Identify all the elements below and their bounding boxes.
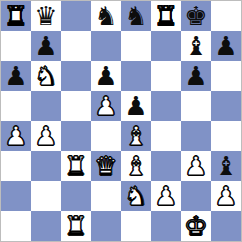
piece-white-bishop[interactable]: ♝ xyxy=(124,121,147,151)
square-e2[interactable]: ♞ xyxy=(121,181,151,211)
square-h6[interactable] xyxy=(211,61,241,91)
piece-black-pawn[interactable]: ♟ xyxy=(184,61,207,91)
square-g1[interactable]: ♚ xyxy=(181,211,211,241)
square-e1[interactable] xyxy=(121,211,151,241)
square-c7[interactable] xyxy=(61,31,91,61)
square-e5[interactable]: ♟ xyxy=(121,91,151,121)
square-f6[interactable] xyxy=(151,61,181,91)
piece-black-pawn[interactable]: ♟ xyxy=(4,61,27,91)
square-a2[interactable] xyxy=(1,181,31,211)
piece-white-knight[interactable]: ♞ xyxy=(34,61,57,91)
square-c6[interactable] xyxy=(61,61,91,91)
square-h4[interactable] xyxy=(211,121,241,151)
square-h8[interactable] xyxy=(211,1,241,31)
square-a1[interactable] xyxy=(1,211,31,241)
square-b8[interactable]: ♛ xyxy=(31,1,61,31)
square-a6[interactable]: ♟ xyxy=(1,61,31,91)
piece-black-pawn[interactable]: ♟ xyxy=(94,61,117,91)
square-e6[interactable] xyxy=(121,61,151,91)
square-b6[interactable]: ♞ xyxy=(31,61,61,91)
piece-white-bishop[interactable]: ♝ xyxy=(124,151,147,181)
square-c3[interactable]: ♜ xyxy=(61,151,91,181)
square-d4[interactable] xyxy=(91,121,121,151)
square-f4[interactable] xyxy=(151,121,181,151)
piece-black-pawn[interactable]: ♟ xyxy=(214,31,237,61)
square-f5[interactable] xyxy=(151,91,181,121)
square-h7[interactable]: ♟ xyxy=(211,31,241,61)
square-a8[interactable]: ♜ xyxy=(1,1,31,31)
square-c1[interactable]: ♜ xyxy=(61,211,91,241)
piece-white-pawn[interactable]: ♟ xyxy=(4,121,27,151)
piece-black-king[interactable]: ♚ xyxy=(184,1,207,31)
piece-black-bishop[interactable]: ♝ xyxy=(184,31,207,61)
square-e4[interactable]: ♝ xyxy=(121,121,151,151)
square-b3[interactable] xyxy=(31,151,61,181)
square-g6[interactable]: ♟ xyxy=(181,61,211,91)
square-f2[interactable]: ♟ xyxy=(151,181,181,211)
square-g8[interactable]: ♚ xyxy=(181,1,211,31)
square-a7[interactable] xyxy=(1,31,31,61)
square-c8[interactable] xyxy=(61,1,91,31)
piece-white-pawn[interactable]: ♟ xyxy=(184,151,207,181)
piece-white-pawn[interactable]: ♟ xyxy=(154,181,177,211)
piece-black-rook[interactable]: ♜ xyxy=(4,1,27,31)
square-b1[interactable] xyxy=(31,211,61,241)
chess-board-frame: ♜♛♞♞♜♚♟♝♟♟♞♟♟♟♟♟♟♝♜♛♝♟♝♞♟♟♜♚ xyxy=(0,0,242,242)
square-c4[interactable] xyxy=(61,121,91,151)
square-a5[interactable] xyxy=(1,91,31,121)
square-f3[interactable] xyxy=(151,151,181,181)
piece-black-pawn[interactable]: ♟ xyxy=(34,31,57,61)
piece-black-rook[interactable]: ♜ xyxy=(154,1,177,31)
square-f7[interactable] xyxy=(151,31,181,61)
square-b4[interactable]: ♟ xyxy=(31,121,61,151)
square-b7[interactable]: ♟ xyxy=(31,31,61,61)
square-b2[interactable] xyxy=(31,181,61,211)
square-e3[interactable]: ♝ xyxy=(121,151,151,181)
square-e7[interactable] xyxy=(121,31,151,61)
piece-white-king[interactable]: ♚ xyxy=(184,211,207,241)
square-h2[interactable]: ♟ xyxy=(211,181,241,211)
square-c5[interactable] xyxy=(61,91,91,121)
piece-white-pawn[interactable]: ♟ xyxy=(34,121,57,151)
piece-black-knight[interactable]: ♞ xyxy=(124,1,147,31)
square-g5[interactable] xyxy=(181,91,211,121)
piece-white-rook[interactable]: ♜ xyxy=(64,211,87,241)
square-a4[interactable]: ♟ xyxy=(1,121,31,151)
square-g7[interactable]: ♝ xyxy=(181,31,211,61)
square-d3[interactable]: ♛ xyxy=(91,151,121,181)
piece-white-pawn[interactable]: ♟ xyxy=(214,181,237,211)
square-h3[interactable]: ♝ xyxy=(211,151,241,181)
square-d2[interactable] xyxy=(91,181,121,211)
square-e8[interactable]: ♞ xyxy=(121,1,151,31)
square-d7[interactable] xyxy=(91,31,121,61)
square-a3[interactable] xyxy=(1,151,31,181)
piece-black-pawn[interactable]: ♟ xyxy=(124,91,147,121)
square-g2[interactable] xyxy=(181,181,211,211)
square-c2[interactable] xyxy=(61,181,91,211)
chess-board: ♜♛♞♞♜♚♟♝♟♟♞♟♟♟♟♟♟♝♜♛♝♟♝♞♟♟♜♚ xyxy=(1,1,241,241)
piece-white-queen[interactable]: ♛ xyxy=(94,151,117,181)
square-h5[interactable] xyxy=(211,91,241,121)
piece-black-bishop[interactable]: ♝ xyxy=(214,151,237,181)
piece-white-pawn[interactable]: ♟ xyxy=(94,91,117,121)
square-d8[interactable]: ♞ xyxy=(91,1,121,31)
square-d5[interactable]: ♟ xyxy=(91,91,121,121)
square-d6[interactable]: ♟ xyxy=(91,61,121,91)
square-f8[interactable]: ♜ xyxy=(151,1,181,31)
piece-white-rook[interactable]: ♜ xyxy=(64,151,87,181)
piece-white-knight[interactable]: ♞ xyxy=(124,181,147,211)
square-h1[interactable] xyxy=(211,211,241,241)
square-g4[interactable] xyxy=(181,121,211,151)
piece-black-queen[interactable]: ♛ xyxy=(34,1,57,31)
square-f1[interactable] xyxy=(151,211,181,241)
piece-black-knight[interactable]: ♞ xyxy=(94,1,117,31)
square-b5[interactable] xyxy=(31,91,61,121)
square-d1[interactable] xyxy=(91,211,121,241)
square-g3[interactable]: ♟ xyxy=(181,151,211,181)
